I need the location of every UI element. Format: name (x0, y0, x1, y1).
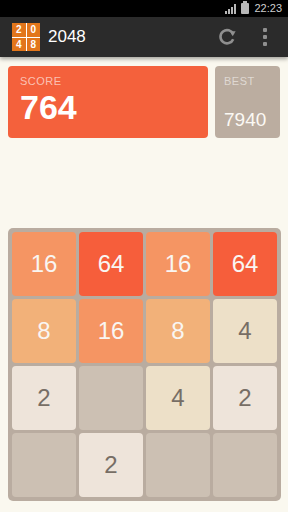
logo-digit: 0 (27, 23, 41, 37)
tile-16: 16 (79, 299, 143, 363)
score-panel: SCORE 764 (8, 66, 208, 138)
empty-cell (79, 366, 143, 430)
app-bar: 2 0 4 8 2048 (0, 17, 288, 57)
score-label: SCORE (20, 75, 208, 87)
empty-cell (213, 433, 277, 497)
logo-digit: 2 (12, 23, 26, 37)
tile-2: 2 (79, 433, 143, 497)
score-value: 764 (20, 88, 208, 126)
tile-16: 16 (146, 232, 210, 296)
scoreboard: SCORE 764 BEST 7940 (0, 57, 288, 138)
empty-cell (146, 433, 210, 497)
status-bar: 22:23 (0, 0, 288, 17)
best-panel: BEST 7940 (215, 66, 280, 138)
tile-64: 64 (213, 232, 277, 296)
logo-digit: 8 (27, 38, 41, 52)
overflow-menu-icon (263, 28, 267, 46)
tile-64: 64 (79, 232, 143, 296)
app-logo-icon: 2 0 4 8 (12, 23, 40, 51)
board-grid[interactable]: 16641664816842422 (8, 228, 281, 501)
logo-digit: 4 (12, 38, 26, 52)
tile-8: 8 (12, 299, 76, 363)
status-time: 22:23 (254, 0, 282, 17)
tile-4: 4 (213, 299, 277, 363)
best-value: 7940 (224, 109, 266, 131)
tile-16: 16 (12, 232, 76, 296)
tile-4: 4 (146, 366, 210, 430)
best-label: BEST (224, 75, 280, 87)
empty-cell (12, 433, 76, 497)
tile-8: 8 (146, 299, 210, 363)
restart-button[interactable] (208, 17, 246, 57)
tile-2: 2 (213, 366, 277, 430)
overflow-menu-button[interactable] (246, 17, 284, 57)
refresh-icon (217, 27, 237, 47)
signal-icon (225, 4, 236, 14)
tile-2: 2 (12, 366, 76, 430)
battery-icon (241, 3, 249, 14)
app-title: 2048 (48, 27, 86, 47)
